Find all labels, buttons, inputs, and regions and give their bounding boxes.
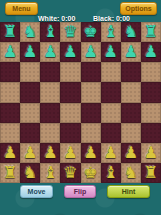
square-d1[interactable]: ♛ bbox=[60, 163, 80, 183]
piece-white-pawn[interactable]: ♟ bbox=[23, 143, 37, 163]
piece-white-pawn[interactable]: ♟ bbox=[43, 143, 57, 163]
square-h7[interactable]: ♟ bbox=[141, 42, 161, 62]
square-g6[interactable] bbox=[121, 62, 141, 82]
square-c7[interactable]: ♟ bbox=[40, 42, 60, 62]
move-button[interactable]: Move bbox=[20, 185, 53, 198]
square-f5[interactable] bbox=[101, 82, 121, 102]
piece-black-rook[interactable]: ♜ bbox=[3, 22, 17, 42]
square-a4[interactable] bbox=[0, 103, 20, 123]
square-b2[interactable]: ♟ bbox=[20, 143, 40, 163]
square-e7[interactable]: ♟ bbox=[81, 42, 101, 62]
chess-board[interactable]: ♜♞♝♛♚♝♞♜♟♟♟♟♟♟♟♟♟♟♟♟♟♟♟♟♜♞♝♛♚♝♞♜ bbox=[0, 22, 161, 183]
square-g3[interactable] bbox=[121, 123, 141, 143]
square-f1[interactable]: ♝ bbox=[101, 163, 121, 183]
piece-white-pawn[interactable]: ♟ bbox=[63, 143, 77, 163]
square-c8[interactable]: ♝ bbox=[40, 22, 60, 42]
piece-white-pawn[interactable]: ♟ bbox=[3, 143, 17, 163]
square-b6[interactable] bbox=[20, 62, 40, 82]
square-a3[interactable] bbox=[0, 123, 20, 143]
square-h4[interactable] bbox=[141, 103, 161, 123]
square-a5[interactable] bbox=[0, 82, 20, 102]
hint-button[interactable]: Hint bbox=[107, 185, 150, 198]
square-b3[interactable] bbox=[20, 123, 40, 143]
square-f8[interactable]: ♝ bbox=[101, 22, 121, 42]
square-h6[interactable] bbox=[141, 62, 161, 82]
piece-white-bishop[interactable]: ♝ bbox=[43, 163, 57, 183]
app-window: Menu Options White: 0:00 Black: 0:00 ♜♞♝… bbox=[0, 0, 161, 215]
square-e2[interactable]: ♟ bbox=[81, 143, 101, 163]
square-f3[interactable] bbox=[101, 123, 121, 143]
square-c5[interactable] bbox=[40, 82, 60, 102]
piece-white-knight[interactable]: ♞ bbox=[124, 163, 138, 183]
piece-black-pawn[interactable]: ♟ bbox=[124, 42, 138, 62]
square-b5[interactable] bbox=[20, 82, 40, 102]
square-e8[interactable]: ♚ bbox=[81, 22, 101, 42]
square-e5[interactable] bbox=[81, 82, 101, 102]
square-g1[interactable]: ♞ bbox=[121, 163, 141, 183]
square-h2[interactable]: ♟ bbox=[141, 143, 161, 163]
square-c1[interactable]: ♝ bbox=[40, 163, 60, 183]
square-b8[interactable]: ♞ bbox=[20, 22, 40, 42]
square-a8[interactable]: ♜ bbox=[0, 22, 20, 42]
square-g7[interactable]: ♟ bbox=[121, 42, 141, 62]
piece-white-pawn[interactable]: ♟ bbox=[124, 143, 138, 163]
square-d3[interactable] bbox=[60, 123, 80, 143]
square-b7[interactable]: ♟ bbox=[20, 42, 40, 62]
piece-black-king[interactable]: ♚ bbox=[83, 22, 97, 42]
piece-white-pawn[interactable]: ♟ bbox=[144, 143, 158, 163]
square-f6[interactable] bbox=[101, 62, 121, 82]
square-c2[interactable]: ♟ bbox=[40, 143, 60, 163]
square-a1[interactable]: ♜ bbox=[0, 163, 20, 183]
square-f7[interactable]: ♟ bbox=[101, 42, 121, 62]
piece-black-pawn[interactable]: ♟ bbox=[43, 42, 57, 62]
square-g4[interactable] bbox=[121, 103, 141, 123]
square-h5[interactable] bbox=[141, 82, 161, 102]
square-g2[interactable]: ♟ bbox=[121, 143, 141, 163]
piece-black-pawn[interactable]: ♟ bbox=[144, 42, 158, 62]
square-f2[interactable]: ♟ bbox=[101, 143, 121, 163]
piece-white-pawn[interactable]: ♟ bbox=[104, 143, 118, 163]
flip-button[interactable]: Flip bbox=[64, 185, 96, 198]
piece-black-pawn[interactable]: ♟ bbox=[83, 42, 97, 62]
square-a2[interactable]: ♟ bbox=[0, 143, 20, 163]
square-e6[interactable] bbox=[81, 62, 101, 82]
square-a7[interactable]: ♟ bbox=[0, 42, 20, 62]
piece-black-pawn[interactable]: ♟ bbox=[63, 42, 77, 62]
piece-white-king[interactable]: ♚ bbox=[83, 163, 97, 183]
piece-black-pawn[interactable]: ♟ bbox=[104, 42, 118, 62]
piece-black-knight[interactable]: ♞ bbox=[23, 22, 37, 42]
piece-black-bishop[interactable]: ♝ bbox=[104, 22, 118, 42]
square-c4[interactable] bbox=[40, 103, 60, 123]
square-d4[interactable] bbox=[60, 103, 80, 123]
square-e3[interactable] bbox=[81, 123, 101, 143]
square-d8[interactable]: ♛ bbox=[60, 22, 80, 42]
square-d5[interactable] bbox=[60, 82, 80, 102]
square-c3[interactable] bbox=[40, 123, 60, 143]
square-d2[interactable]: ♟ bbox=[60, 143, 80, 163]
square-d7[interactable]: ♟ bbox=[60, 42, 80, 62]
square-h8[interactable]: ♜ bbox=[141, 22, 161, 42]
piece-black-queen[interactable]: ♛ bbox=[63, 22, 77, 42]
piece-black-pawn[interactable]: ♟ bbox=[23, 42, 37, 62]
piece-black-rook[interactable]: ♜ bbox=[144, 22, 158, 42]
piece-white-rook[interactable]: ♜ bbox=[144, 163, 158, 183]
piece-white-knight[interactable]: ♞ bbox=[23, 163, 37, 183]
square-g5[interactable] bbox=[121, 82, 141, 102]
square-b4[interactable] bbox=[20, 103, 40, 123]
piece-white-queen[interactable]: ♛ bbox=[63, 163, 77, 183]
square-e1[interactable]: ♚ bbox=[81, 163, 101, 183]
piece-white-pawn[interactable]: ♟ bbox=[83, 143, 97, 163]
square-f4[interactable] bbox=[101, 103, 121, 123]
square-a6[interactable] bbox=[0, 62, 20, 82]
square-d6[interactable] bbox=[60, 62, 80, 82]
piece-black-knight[interactable]: ♞ bbox=[124, 22, 138, 42]
piece-black-bishop[interactable]: ♝ bbox=[43, 22, 57, 42]
piece-black-pawn[interactable]: ♟ bbox=[3, 42, 17, 62]
piece-white-rook[interactable]: ♜ bbox=[3, 163, 17, 183]
square-h1[interactable]: ♜ bbox=[141, 163, 161, 183]
square-c6[interactable] bbox=[40, 62, 60, 82]
square-e4[interactable] bbox=[81, 103, 101, 123]
square-h3[interactable] bbox=[141, 123, 161, 143]
menu-button[interactable]: Menu bbox=[5, 2, 38, 15]
piece-white-bishop[interactable]: ♝ bbox=[104, 163, 118, 183]
square-b1[interactable]: ♞ bbox=[20, 163, 40, 183]
square-g8[interactable]: ♞ bbox=[121, 22, 141, 42]
